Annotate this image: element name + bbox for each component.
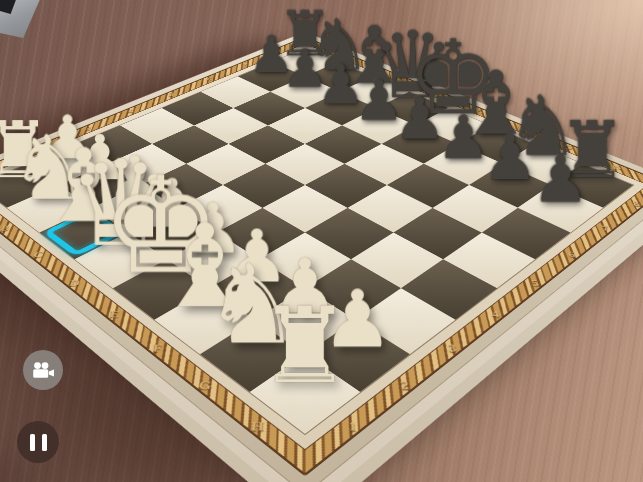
rank-label-left-6: 6: [199, 75, 219, 83]
rank-label-right-4: 4: [480, 305, 511, 322]
file-label-far-a: A: [323, 47, 341, 54]
black-pawn-h7[interactable]: ♟: [532, 148, 590, 212]
board-scene: ♜♞♝♛♚♝♞♜♟♟♟♟♟♟♟♟♟♟♟♟♟♟♟♟♜♞♝♛♚♝♞♜ AABBCCD…: [0, 0, 643, 482]
file-label-far-c: C: [391, 75, 411, 83]
rank-label-right-5: 5: [520, 275, 551, 291]
rank-label-left-5: 5: [161, 90, 182, 99]
screen: { "game": "chess", "view": "3d-perspecti…: [0, 0, 643, 482]
game-scene: ♜♞♝♛♚♝♞♜♟♟♟♟♟♟♟♟♟♟♟♟♟♟♟♟♜♞♝♛♚♝♞♜ AABBCCD…: [0, 0, 643, 482]
pause-icon: [42, 434, 47, 451]
video-camera-icon: [32, 362, 55, 379]
rank-label-left-4: 4: [120, 106, 142, 115]
black-pawn-g7[interactable]: ♟: [482, 127, 538, 189]
rank-label-left-8: 8: [270, 47, 288, 54]
file-label-near-d: D: [59, 275, 90, 291]
pause-icon: [30, 434, 35, 451]
pause-button[interactable]: [17, 421, 59, 463]
rank-label-left-7: 7: [236, 61, 255, 69]
file-label-far-e: E: [468, 106, 490, 115]
camera-button[interactable]: [23, 350, 63, 390]
file-label-far-d: D: [428, 90, 449, 99]
white-rook-h1[interactable]: ♜: [258, 293, 352, 398]
chess-board: ♜♞♝♛♚♝♞♜♟♟♟♟♟♟♟♟♟♟♟♟♟♟♟♟♜♞♝♛♚♝♞♜ AABBCCD…: [0, 32, 643, 482]
file-label-far-b: B: [356, 61, 375, 69]
